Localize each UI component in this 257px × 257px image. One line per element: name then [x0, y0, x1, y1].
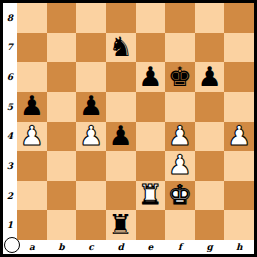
- square-h6[interactable]: [224, 62, 254, 92]
- square-e8[interactable]: [136, 3, 166, 33]
- square-f3[interactable]: ♟: [165, 151, 195, 181]
- board: ♞♟♚♟♟♟♟♟♟♟♟♟♜♚♜: [17, 3, 254, 240]
- rank-label-6: 6: [3, 62, 17, 92]
- file-label-d: d: [106, 240, 136, 254]
- square-e3[interactable]: [136, 151, 166, 181]
- square-a7[interactable]: [17, 33, 47, 63]
- square-b6[interactable]: [47, 62, 77, 92]
- square-a1[interactable]: [17, 210, 47, 240]
- square-c5[interactable]: ♟: [76, 92, 106, 122]
- square-f6[interactable]: ♚: [165, 62, 195, 92]
- square-h2[interactable]: [224, 181, 254, 211]
- rank-label-7: 7: [3, 33, 17, 63]
- square-b3[interactable]: [47, 151, 77, 181]
- square-a8[interactable]: [17, 3, 47, 33]
- square-e2[interactable]: ♜: [136, 181, 166, 211]
- square-e7[interactable]: [136, 33, 166, 63]
- square-g3[interactable]: [195, 151, 225, 181]
- file-label-g: g: [195, 240, 225, 254]
- square-a4[interactable]: ♟: [17, 122, 47, 152]
- square-h4[interactable]: ♟: [224, 122, 254, 152]
- square-h7[interactable]: [224, 33, 254, 63]
- square-b7[interactable]: [47, 33, 77, 63]
- piece-white-pawn-f3: ♟: [168, 151, 192, 178]
- file-labels: abcdefgh: [17, 240, 254, 254]
- file-label-f: f: [165, 240, 195, 254]
- square-d3[interactable]: [106, 151, 136, 181]
- square-c3[interactable]: [76, 151, 106, 181]
- square-h1[interactable]: [224, 210, 254, 240]
- rank-label-8: 8: [3, 3, 17, 33]
- square-c4[interactable]: ♟: [76, 122, 106, 152]
- rank-labels: 87654321: [3, 3, 17, 240]
- chess-board-frame: 87654321 ♞♟♚♟♟♟♟♟♟♟♟♟♜♚♜ abcdefgh: [0, 0, 257, 257]
- square-f2[interactable]: ♚: [165, 181, 195, 211]
- piece-black-pawn-c5: ♟: [79, 92, 103, 119]
- square-g5[interactable]: [195, 92, 225, 122]
- square-d4[interactable]: ♟: [106, 122, 136, 152]
- square-c2[interactable]: [76, 181, 106, 211]
- square-f4[interactable]: ♟: [165, 122, 195, 152]
- piece-white-pawn-a4: ♟: [20, 122, 44, 149]
- square-a5[interactable]: ♟: [17, 92, 47, 122]
- square-b8[interactable]: [47, 3, 77, 33]
- square-c8[interactable]: [76, 3, 106, 33]
- square-b5[interactable]: [47, 92, 77, 122]
- square-e1[interactable]: [136, 210, 166, 240]
- square-d8[interactable]: [106, 3, 136, 33]
- piece-black-rook-d1: ♜: [109, 211, 133, 238]
- piece-white-pawn-h4: ♟: [227, 122, 251, 149]
- square-g7[interactable]: [195, 33, 225, 63]
- piece-black-king-f6: ♚: [168, 63, 192, 90]
- file-label-a: a: [17, 240, 47, 254]
- piece-white-rook-e2: ♜: [138, 181, 162, 208]
- square-g1[interactable]: [195, 210, 225, 240]
- square-g6[interactable]: ♟: [195, 62, 225, 92]
- square-g8[interactable]: [195, 3, 225, 33]
- file-label-h: h: [224, 240, 254, 254]
- square-d5[interactable]: [106, 92, 136, 122]
- square-f7[interactable]: [165, 33, 195, 63]
- square-d7[interactable]: ♞: [106, 33, 136, 63]
- file-label-c: c: [76, 240, 106, 254]
- rank-label-3: 3: [3, 151, 17, 181]
- square-f8[interactable]: [165, 3, 195, 33]
- square-b2[interactable]: [47, 181, 77, 211]
- square-f1[interactable]: [165, 210, 195, 240]
- rank-label-5: 5: [3, 92, 17, 122]
- square-a3[interactable]: [17, 151, 47, 181]
- square-b1[interactable]: [47, 210, 77, 240]
- square-g2[interactable]: [195, 181, 225, 211]
- piece-white-pawn-c4: ♟: [79, 122, 103, 149]
- rank-label-1: 1: [3, 210, 17, 240]
- square-h3[interactable]: [224, 151, 254, 181]
- piece-black-pawn-e6: ♟: [138, 63, 162, 90]
- piece-black-pawn-d4: ♟: [109, 122, 133, 149]
- square-h8[interactable]: [224, 3, 254, 33]
- square-c7[interactable]: [76, 33, 106, 63]
- file-label-e: e: [136, 240, 166, 254]
- turn-indicator-circle: [4, 237, 20, 253]
- square-e6[interactable]: ♟: [136, 62, 166, 92]
- square-d6[interactable]: [106, 62, 136, 92]
- piece-white-king-f2: ♚: [168, 181, 192, 208]
- square-d2[interactable]: [106, 181, 136, 211]
- square-a2[interactable]: [17, 181, 47, 211]
- square-c6[interactable]: [76, 62, 106, 92]
- square-e5[interactable]: [136, 92, 166, 122]
- square-a6[interactable]: [17, 62, 47, 92]
- piece-white-pawn-f4: ♟: [168, 122, 192, 149]
- square-d1[interactable]: ♜: [106, 210, 136, 240]
- square-f5[interactable]: [165, 92, 195, 122]
- square-h5[interactable]: [224, 92, 254, 122]
- square-b4[interactable]: [47, 122, 77, 152]
- square-c1[interactable]: [76, 210, 106, 240]
- rank-label-4: 4: [3, 122, 17, 152]
- piece-black-pawn-a5: ♟: [20, 92, 44, 119]
- piece-black-pawn-g6: ♟: [197, 63, 221, 90]
- square-e4[interactable]: [136, 122, 166, 152]
- rank-label-2: 2: [3, 181, 17, 211]
- square-g4[interactable]: [195, 122, 225, 152]
- piece-black-knight-d7: ♞: [109, 33, 133, 60]
- file-label-b: b: [47, 240, 77, 254]
